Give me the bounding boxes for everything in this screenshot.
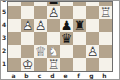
square-d4[interactable] [47,19,60,32]
square-b3[interactable] [21,32,34,45]
file-label-f: f [72,72,85,79]
square-g4[interactable] [86,19,99,32]
white-piece-outline: ♖ [99,6,112,19]
square-h1[interactable] [99,58,112,71]
white-piece-outline: ♙ [86,45,99,58]
white-piece-outline: ♙ [21,19,34,32]
square-e1[interactable] [60,58,73,71]
rank-label-1: 1 [1,61,7,67]
square-g5[interactable] [86,6,99,19]
white-piece-outline: ♙ [47,6,60,19]
square-e2[interactable] [60,45,73,58]
white-piece-outline: ♖ [47,58,60,71]
square-c1[interactable] [34,58,47,71]
square-a5[interactable] [8,6,21,19]
black-piece-glyph: ♛ [60,32,73,45]
square-f3[interactable] [73,32,86,45]
black-queen[interactable]: ♛ [60,32,73,45]
rank-label-4: 4 [1,22,7,28]
square-h4[interactable] [99,19,112,32]
white-queen[interactable]: ♛♕ [34,45,47,58]
black-rook[interactable]: ♜ [73,19,86,32]
file-label-a: a [7,72,20,79]
white-pawn[interactable]: ♟♙ [47,6,60,19]
rank-label-5: 5 [1,9,7,15]
square-a1[interactable] [8,58,21,71]
white-king[interactable]: ♚♔ [21,58,34,71]
rank-label-3: 3 [1,35,7,41]
file-label-h: h [98,72,111,79]
rank-label-2: 2 [1,48,7,54]
square-a3[interactable] [8,32,21,45]
chess-board: ♟♟♙♜♖♟♙♟♙♟♜♛♛♕♞♘♟♙♚♔♜♖ [7,1,113,72]
file-label-c: c [33,72,46,79]
white-pawn[interactable]: ♟♙ [21,19,34,32]
white-piece-outline: ♔ [21,58,34,71]
black-piece-glyph: ♜ [73,19,86,32]
file-label-d: d [46,72,59,79]
white-piece-outline: ♕ [34,45,47,58]
square-a2[interactable] [8,45,21,58]
rank-labels: 543216 [1,1,7,72]
file-labels: abcdefgh [7,72,113,80]
file-label-b: b [20,72,33,79]
square-a4[interactable] [8,19,21,32]
white-pawn[interactable]: ♟♙ [34,19,47,32]
square-h2[interactable] [99,45,112,58]
square-g1[interactable] [86,58,99,71]
white-rook[interactable]: ♜♖ [47,58,60,71]
white-pawn[interactable]: ♟♙ [86,45,99,58]
square-h3[interactable] [99,32,112,45]
square-f2[interactable] [73,45,86,58]
chess-diagram: ♟♟♙♜♖♟♙♟♙♟♜♛♛♕♞♘♟♙♚♔♜♖ 543216 abcdefgh [0,0,120,80]
white-rook[interactable]: ♜♖ [99,6,112,19]
file-label-g: g [85,72,98,79]
file-label-e: e [59,72,72,79]
white-piece-outline: ♙ [34,19,47,32]
rank-label-6-clipped: 6 [1,0,7,3]
square-f1[interactable] [73,58,86,71]
